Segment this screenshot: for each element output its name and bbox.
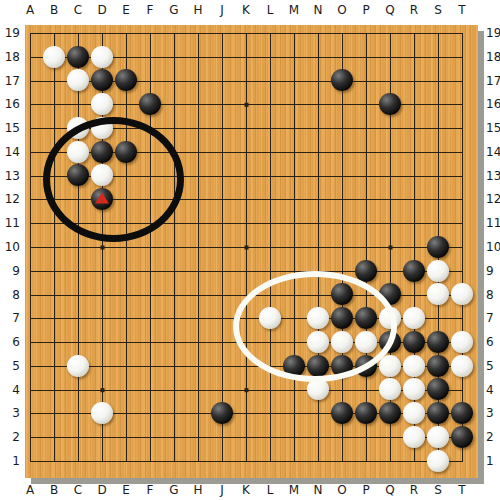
coord-label: F — [138, 483, 162, 497]
coord-label: 14 — [0, 145, 20, 159]
board-point — [354, 354, 378, 378]
board-point — [450, 354, 474, 378]
stone-white — [91, 46, 113, 68]
board-point — [66, 116, 90, 140]
coord-label: 9 — [486, 264, 500, 278]
stone-white — [451, 355, 473, 377]
coord-label: T — [450, 3, 474, 17]
coord-label: K — [234, 483, 258, 497]
coord-label: P — [354, 483, 378, 497]
stone-black — [355, 402, 377, 424]
board-point — [378, 92, 402, 116]
coord-label: 4 — [486, 383, 500, 397]
coord-label: B — [42, 3, 66, 17]
coord-label: G — [162, 483, 186, 497]
stone-black — [355, 307, 377, 329]
coord-label: E — [114, 483, 138, 497]
stone-black — [139, 93, 161, 115]
board-point — [330, 330, 354, 354]
coord-label: M — [282, 3, 306, 17]
stone-black — [451, 426, 473, 448]
board-point — [90, 116, 114, 140]
board-point — [378, 330, 402, 354]
coord-label: 11 — [0, 216, 20, 230]
board-point — [306, 330, 330, 354]
coord-label: 6 — [0, 335, 20, 349]
board-point — [90, 45, 114, 69]
board-point — [450, 425, 474, 449]
coord-label: J — [210, 483, 234, 497]
stone-white — [67, 117, 89, 139]
board-point — [402, 354, 426, 378]
stone-black — [427, 378, 449, 400]
coord-label: H — [186, 483, 210, 497]
board-point — [426, 259, 450, 283]
coord-label: M — [282, 483, 306, 497]
stone-black — [403, 260, 425, 282]
coord-label: 2 — [486, 430, 500, 444]
stone-black — [211, 402, 233, 424]
coord-label: S — [426, 3, 450, 17]
stone-black — [331, 355, 353, 377]
stone-white — [451, 331, 473, 353]
board-point — [426, 330, 450, 354]
stone-white — [355, 331, 377, 353]
stone-black — [379, 93, 401, 115]
stone-white — [331, 331, 353, 353]
coord-label: 3 — [0, 406, 20, 420]
coord-label: 1 — [486, 454, 500, 468]
stone-black — [331, 307, 353, 329]
board-point — [66, 140, 90, 164]
coord-label: O — [330, 3, 354, 17]
stone-white — [67, 141, 89, 163]
stone-black — [115, 69, 137, 91]
coord-label: N — [306, 483, 330, 497]
coord-label: 19 — [486, 26, 500, 40]
board-point — [330, 69, 354, 93]
coord-label: R — [402, 483, 426, 497]
board-point — [426, 235, 450, 259]
coord-label: E — [114, 3, 138, 17]
stone-black — [427, 236, 449, 258]
coord-label: 3 — [486, 406, 500, 420]
coord-label: 1 — [0, 454, 20, 468]
stone-white — [91, 117, 113, 139]
coord-label: O — [330, 483, 354, 497]
board-point — [138, 92, 162, 116]
board-point — [114, 140, 138, 164]
board-point — [378, 306, 402, 330]
board-point — [402, 401, 426, 425]
stone-black — [91, 141, 113, 163]
stone-white — [403, 426, 425, 448]
stone-white — [67, 355, 89, 377]
coord-label: D — [90, 3, 114, 17]
board-point — [402, 425, 426, 449]
coord-label: 14 — [486, 145, 500, 159]
stone-black — [91, 188, 113, 210]
board-point — [90, 140, 114, 164]
board-point — [330, 282, 354, 306]
coord-label: P — [354, 3, 378, 17]
stone-white — [379, 307, 401, 329]
board-point — [402, 377, 426, 401]
board-point — [426, 354, 450, 378]
stone-black — [379, 402, 401, 424]
board-point — [426, 425, 450, 449]
coord-label: 13 — [0, 169, 20, 183]
board-point — [450, 401, 474, 425]
board-point — [90, 187, 114, 211]
stone-black — [379, 331, 401, 353]
stone-white — [403, 355, 425, 377]
board-point — [402, 259, 426, 283]
coord-label: 10 — [0, 240, 20, 254]
stone-black — [427, 402, 449, 424]
coord-label: 8 — [486, 288, 500, 302]
stone-white — [307, 307, 329, 329]
board-point — [402, 306, 426, 330]
board-point — [90, 401, 114, 425]
stone-black — [67, 46, 89, 68]
coord-label: T — [450, 483, 474, 497]
stone-black — [451, 402, 473, 424]
stone-white — [67, 69, 89, 91]
stone-black — [331, 69, 353, 91]
board-point — [90, 69, 114, 93]
stone-white — [427, 260, 449, 282]
coord-label: B — [42, 483, 66, 497]
coord-label: Q — [378, 3, 402, 17]
stone-black — [355, 260, 377, 282]
stone-white — [91, 93, 113, 115]
coord-label: L — [258, 3, 282, 17]
board-point — [450, 282, 474, 306]
board-point — [66, 164, 90, 188]
coord-label: 8 — [0, 288, 20, 302]
stone-black — [427, 355, 449, 377]
board-point — [354, 330, 378, 354]
coord-label: 7 — [486, 311, 500, 325]
coord-label: 11 — [486, 216, 500, 230]
stone-black — [355, 355, 377, 377]
board-point — [90, 164, 114, 188]
stone-black — [283, 355, 305, 377]
board-point — [426, 449, 450, 473]
stone-white — [379, 355, 401, 377]
board-point — [114, 69, 138, 93]
coord-label: Q — [378, 483, 402, 497]
stone-white — [259, 307, 281, 329]
coord-label: 2 — [0, 430, 20, 444]
board-point — [258, 306, 282, 330]
coord-label: 16 — [0, 97, 20, 111]
coord-label: C — [66, 3, 90, 17]
coord-label: 15 — [0, 121, 20, 135]
coord-label: K — [234, 3, 258, 17]
stone-white — [91, 402, 113, 424]
board-point — [354, 306, 378, 330]
coord-label: 4 — [0, 383, 20, 397]
stone-black — [91, 69, 113, 91]
stone-white — [427, 450, 449, 472]
board-point — [210, 401, 234, 425]
coord-label: N — [306, 3, 330, 17]
stone-white — [307, 331, 329, 353]
coord-label: C — [66, 483, 90, 497]
coord-label: F — [138, 3, 162, 17]
board-point — [306, 354, 330, 378]
coord-label: 6 — [486, 335, 500, 349]
board-point — [306, 306, 330, 330]
board-point — [426, 377, 450, 401]
board-point — [330, 306, 354, 330]
board-point — [90, 92, 114, 116]
coord-label: 12 — [0, 192, 20, 206]
coord-label: 16 — [486, 97, 500, 111]
board-point — [378, 354, 402, 378]
coord-label: 13 — [486, 169, 500, 183]
stone-black — [67, 164, 89, 186]
coord-label: 5 — [0, 359, 20, 373]
coord-label: A — [18, 3, 42, 17]
coord-label: 19 — [0, 26, 20, 40]
stone-black — [403, 331, 425, 353]
coord-label: 9 — [0, 264, 20, 278]
stone-black — [331, 402, 353, 424]
stone-white — [379, 378, 401, 400]
coord-label: 17 — [486, 74, 500, 88]
board-point — [66, 69, 90, 93]
coord-label: G — [162, 3, 186, 17]
coord-label: R — [402, 3, 426, 17]
stone-white — [427, 426, 449, 448]
stone-white — [403, 307, 425, 329]
coord-label: 15 — [486, 121, 500, 135]
stone-white — [427, 283, 449, 305]
board-point — [330, 354, 354, 378]
coord-label: 7 — [0, 311, 20, 325]
go-board-stage: ABCDEFGHJKLMNOPQRST ABCDEFGHJKLMNOPQRST … — [0, 0, 500, 500]
coord-label: D — [90, 483, 114, 497]
coord-label: 5 — [486, 359, 500, 373]
stone-white — [403, 378, 425, 400]
coord-label: 17 — [0, 74, 20, 88]
stone-white — [403, 402, 425, 424]
coord-label: 18 — [0, 50, 20, 64]
stone-white — [43, 46, 65, 68]
stone-white — [451, 283, 473, 305]
board-point — [282, 354, 306, 378]
board-point — [378, 282, 402, 306]
board-point — [306, 377, 330, 401]
stone-white — [307, 378, 329, 400]
coord-label: J — [210, 3, 234, 17]
coord-label: A — [18, 483, 42, 497]
board-point — [354, 401, 378, 425]
board-point — [402, 330, 426, 354]
stone-grid — [18, 21, 474, 473]
coord-label: 12 — [486, 192, 500, 206]
board-point — [42, 45, 66, 69]
board-point — [450, 330, 474, 354]
board-point — [426, 282, 450, 306]
last-move-triangle-mark — [95, 193, 109, 204]
board-point — [426, 401, 450, 425]
board-point — [378, 401, 402, 425]
stone-black — [331, 283, 353, 305]
board-point — [66, 45, 90, 69]
coord-label: H — [186, 3, 210, 17]
stone-black — [379, 283, 401, 305]
stone-white — [91, 164, 113, 186]
coord-label: S — [426, 483, 450, 497]
coord-label: 18 — [486, 50, 500, 64]
board-point — [378, 377, 402, 401]
board-point — [354, 259, 378, 283]
board-point — [66, 354, 90, 378]
stone-black — [115, 141, 137, 163]
coord-label: L — [258, 483, 282, 497]
stone-black — [427, 331, 449, 353]
stone-black — [307, 355, 329, 377]
coord-label: 10 — [486, 240, 500, 254]
board-point — [330, 401, 354, 425]
